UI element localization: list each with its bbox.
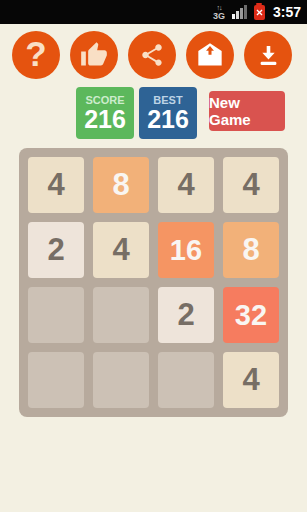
- empty-cell: [158, 352, 214, 408]
- mail-icon: [196, 41, 224, 69]
- phone-screen: ↑↓ 3G 3:57 ? SCOR: [0, 0, 307, 512]
- score-value: 216: [76, 106, 134, 132]
- game-board[interactable]: 4844241682324: [19, 148, 288, 417]
- share-icon: [139, 42, 165, 68]
- tile-32: 32: [223, 287, 279, 343]
- share-button[interactable]: [128, 31, 176, 79]
- tile-4: 4: [223, 157, 279, 213]
- like-button[interactable]: [70, 31, 118, 79]
- tile-2: 2: [158, 287, 214, 343]
- score-box: SCORE 216: [76, 87, 134, 139]
- clock-time: 3:57: [273, 4, 301, 20]
- tile-4: 4: [28, 157, 84, 213]
- best-value: 216: [139, 106, 197, 132]
- best-box: BEST 216: [139, 87, 197, 139]
- network-activity-arrows-icon: ↑↓: [216, 4, 221, 11]
- download-button[interactable]: [244, 31, 292, 79]
- empty-cell: [93, 287, 149, 343]
- tile-4: 4: [223, 352, 279, 408]
- help-button[interactable]: ?: [12, 31, 60, 79]
- empty-cell: [28, 352, 84, 408]
- new-game-button[interactable]: New Game: [209, 91, 285, 131]
- empty-cell: [93, 352, 149, 408]
- download-icon: [255, 42, 282, 69]
- battery-icon: [254, 5, 265, 20]
- tile-4: 4: [158, 157, 214, 213]
- tile-4: 4: [93, 222, 149, 278]
- network-type-label: 3G: [213, 12, 225, 21]
- question-mark-icon: ?: [25, 36, 46, 71]
- thumbs-up-icon: [80, 41, 108, 69]
- network-3g-icon: ↑↓ 3G: [213, 4, 225, 21]
- feedback-button[interactable]: [186, 31, 234, 79]
- tile-8: 8: [223, 222, 279, 278]
- status-bar: ↑↓ 3G 3:57: [0, 0, 307, 24]
- signal-strength-icon: [232, 5, 247, 19]
- tile-16: 16: [158, 222, 214, 278]
- empty-cell: [28, 287, 84, 343]
- tile-2: 2: [28, 222, 84, 278]
- tile-8: 8: [93, 157, 149, 213]
